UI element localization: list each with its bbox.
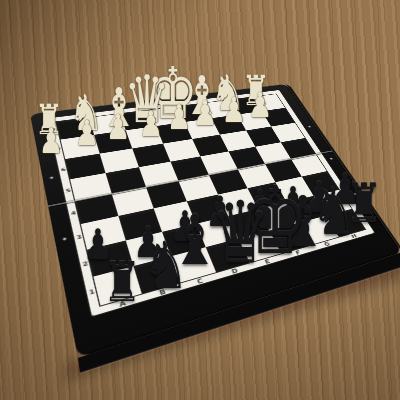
frame-screw-dot: [354, 193, 357, 195]
frame-screw-dot: [50, 177, 54, 180]
frame-screw-dot: [330, 158, 333, 160]
frame-screw-dot: [63, 238, 67, 241]
frame-screw-dot: [308, 126, 311, 128]
chess-set-photo: ABCDEFGH12345678 ♜♞♝♛♚♝♞♜♟♟♟♟♟♟♟♟♜♞♝♛♚♝♞…: [0, 0, 400, 400]
